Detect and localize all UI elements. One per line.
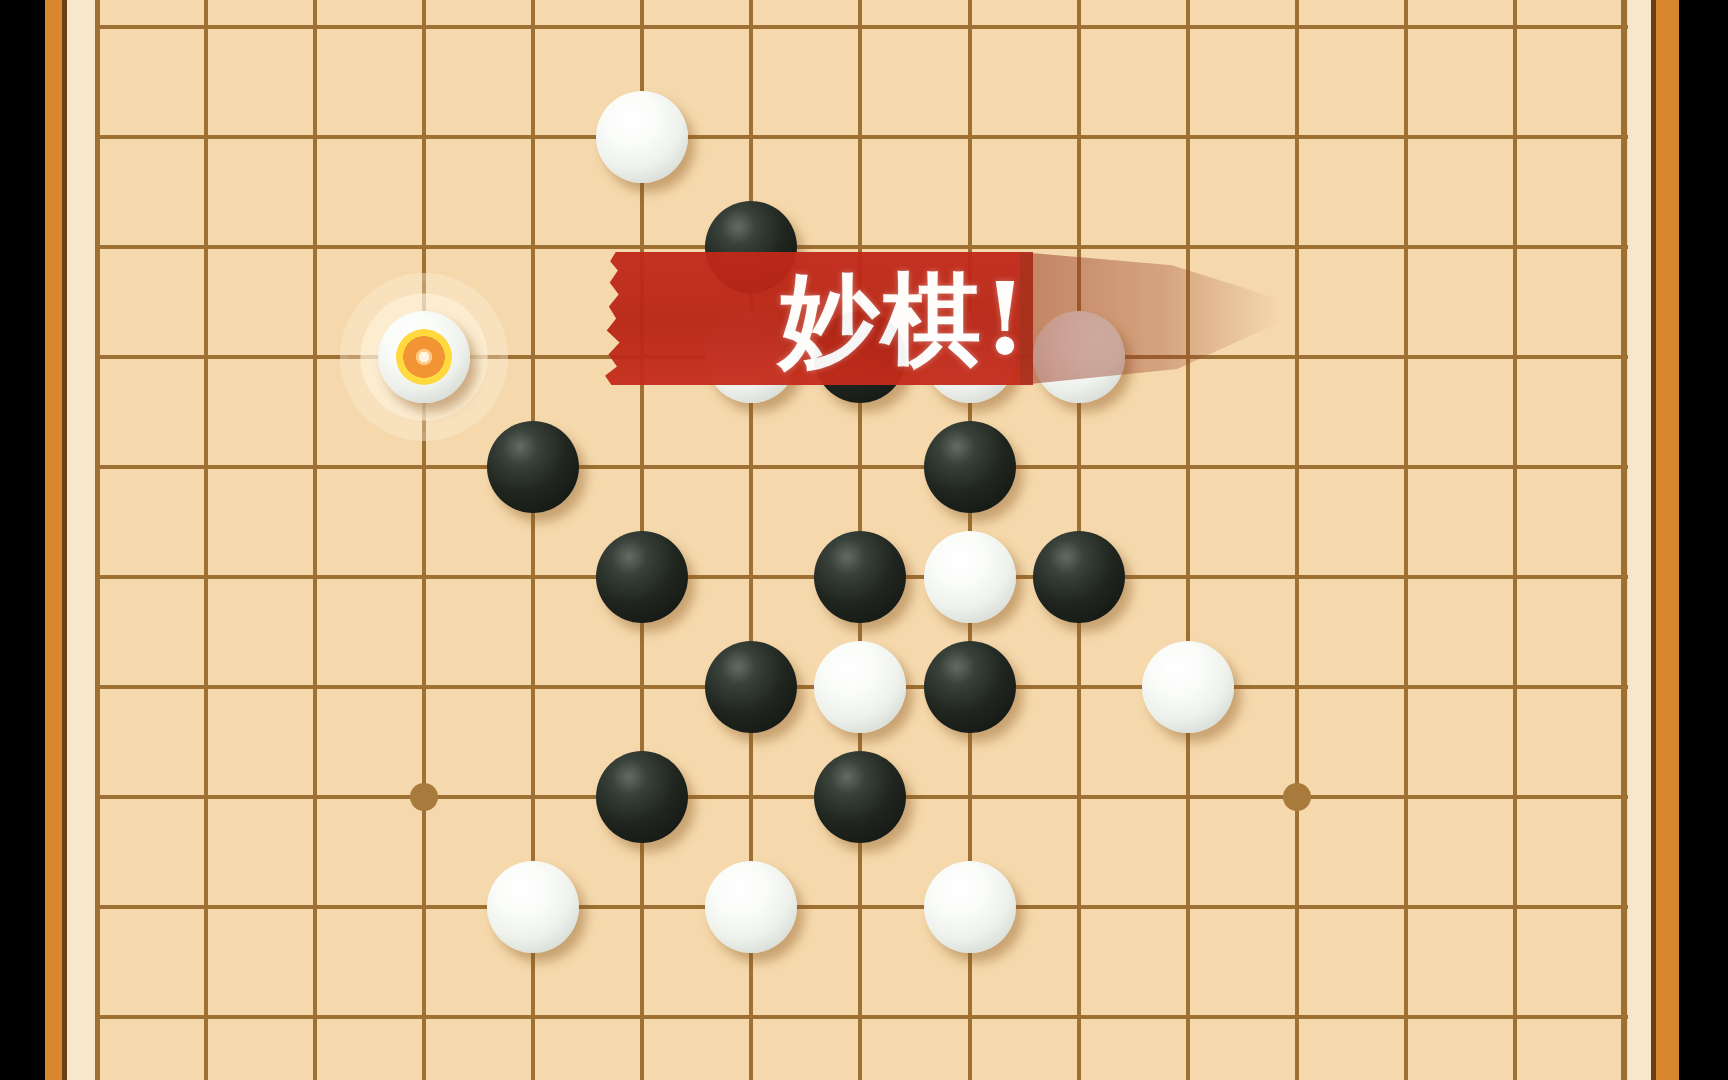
black-stone <box>814 531 906 623</box>
black-stone <box>1033 531 1125 623</box>
gomoku-board[interactable] <box>0 0 1728 1080</box>
brilliant-move-banner: 妙棋! <box>605 252 1033 385</box>
grid-line-vertical <box>1186 0 1190 1080</box>
frame-left-orange <box>45 0 62 1080</box>
letterbox-left <box>0 0 45 1080</box>
white-stone <box>924 531 1016 623</box>
letterbox-right <box>1679 0 1728 1080</box>
white-stone <box>924 861 1016 953</box>
white-stone <box>596 91 688 183</box>
frame-left-tan <box>67 0 95 1080</box>
grid-line-horizontal <box>95 135 1628 139</box>
black-stone <box>705 641 797 733</box>
white-stone <box>705 861 797 953</box>
grid-line-vertical <box>1513 0 1517 1080</box>
white-stone <box>487 861 579 953</box>
frame-right-tan <box>1628 0 1651 1080</box>
black-stone <box>487 421 579 513</box>
black-stone <box>924 641 1016 733</box>
white-stone <box>814 641 906 733</box>
star-point <box>410 783 438 811</box>
star-point <box>1283 783 1311 811</box>
grid-line-vertical <box>204 0 208 1080</box>
frame-right-orange <box>1656 0 1679 1080</box>
grid-line-vertical <box>313 0 317 1080</box>
white-stone <box>1142 641 1234 733</box>
grid-line-horizontal <box>95 905 1628 909</box>
grid-line-horizontal <box>95 1015 1628 1019</box>
black-stone <box>814 751 906 843</box>
last-move-marker-icon <box>396 329 452 385</box>
game-screen: 妙棋! <box>0 0 1728 1080</box>
grid-line-vertical <box>1404 0 1408 1080</box>
grid-line-horizontal <box>95 245 1628 249</box>
black-stone <box>924 421 1016 513</box>
black-stone <box>596 531 688 623</box>
banner-text: 妙棋! <box>779 269 1033 369</box>
grid-line-horizontal <box>95 25 1628 29</box>
grid-line-vertical <box>1295 0 1299 1080</box>
grid-line-vertical <box>422 0 426 1080</box>
grid-line-horizontal <box>95 465 1628 469</box>
grid-line-vertical <box>1621 0 1627 1080</box>
black-stone <box>596 751 688 843</box>
